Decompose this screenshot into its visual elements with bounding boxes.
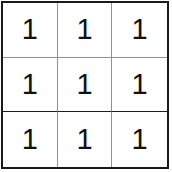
grid-cell-r0c1: 1 [58, 3, 113, 58]
grid-cell-r1c2: 1 [112, 58, 167, 113]
puzzle-grid: 1 1 1 1 1 1 1 1 1 [1, 1, 169, 169]
grid-cell-r1c1: 1 [58, 58, 113, 113]
grid-cell-r2c1: 1 [58, 112, 113, 167]
grid-cell-r2c0: 1 [3, 112, 58, 167]
grid-cell-r2c2: 1 [112, 112, 167, 167]
grid-cell-r0c0: 1 [3, 3, 58, 58]
grid-cell-r1c0: 1 [3, 58, 58, 113]
grid-cell-r0c2: 1 [112, 3, 167, 58]
